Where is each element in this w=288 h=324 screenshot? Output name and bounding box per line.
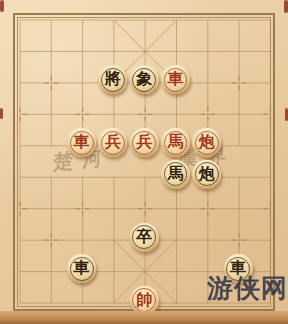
piece-red-cannon[interactable]: 炮 bbox=[192, 128, 221, 157]
piece-character: 馬 bbox=[161, 127, 190, 156]
edge-decoration-mid-right bbox=[285, 108, 288, 121]
piece-character: 馬 bbox=[161, 159, 190, 188]
piece-character: 兵 bbox=[98, 127, 127, 156]
piece-character: 車 bbox=[161, 64, 190, 93]
piece-character: 帥 bbox=[130, 285, 159, 314]
xiangqi-board: 楚河 漢界 將象車車兵兵馬炮馬炮卒車車帥 游侠网 bbox=[0, 0, 288, 324]
edge-decoration-top-left bbox=[0, 0, 4, 12]
piece-black-elephant[interactable]: 象 bbox=[130, 65, 159, 94]
piece-character: 車 bbox=[67, 253, 96, 282]
piece-red-chariot[interactable]: 車 bbox=[67, 128, 96, 157]
piece-red-chariot[interactable]: 車 bbox=[161, 65, 190, 94]
board-front-edge bbox=[0, 311, 288, 324]
edge-decoration-mid-left bbox=[0, 108, 3, 119]
piece-red-soldier[interactable]: 兵 bbox=[130, 128, 159, 157]
piece-character: 卒 bbox=[130, 222, 159, 251]
piece-character: 將 bbox=[98, 64, 127, 93]
piece-red-horse[interactable]: 馬 bbox=[161, 128, 190, 157]
piece-black-cannon[interactable]: 炮 bbox=[192, 160, 221, 189]
piece-red-soldier[interactable]: 兵 bbox=[98, 128, 127, 157]
piece-character: 象 bbox=[130, 64, 159, 93]
piece-character: 車 bbox=[67, 127, 96, 156]
piece-black-horse[interactable]: 馬 bbox=[161, 160, 190, 189]
piece-black-soldier[interactable]: 卒 bbox=[130, 223, 159, 252]
piece-character: 炮 bbox=[192, 127, 221, 156]
piece-character: 兵 bbox=[130, 127, 159, 156]
piece-black-general[interactable]: 將 bbox=[98, 65, 127, 94]
piece-character: 炮 bbox=[192, 159, 221, 188]
piece-black-chariot[interactable]: 車 bbox=[67, 254, 96, 283]
edge-decoration-top-right bbox=[284, 0, 288, 13]
watermark-youxia: 游侠网 bbox=[207, 271, 288, 306]
